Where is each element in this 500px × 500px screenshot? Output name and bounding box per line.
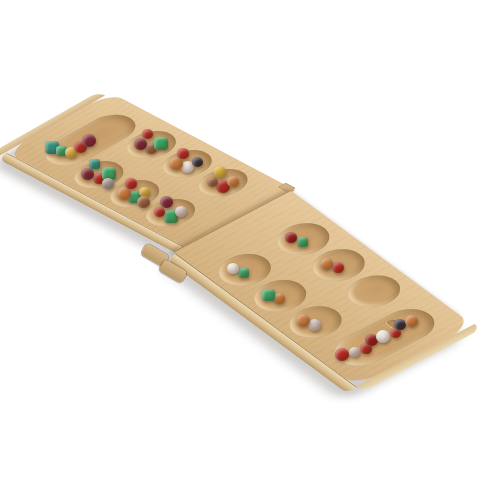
store-right[interactable]: [324, 302, 445, 372]
product-photo-scene: [0, 0, 500, 500]
